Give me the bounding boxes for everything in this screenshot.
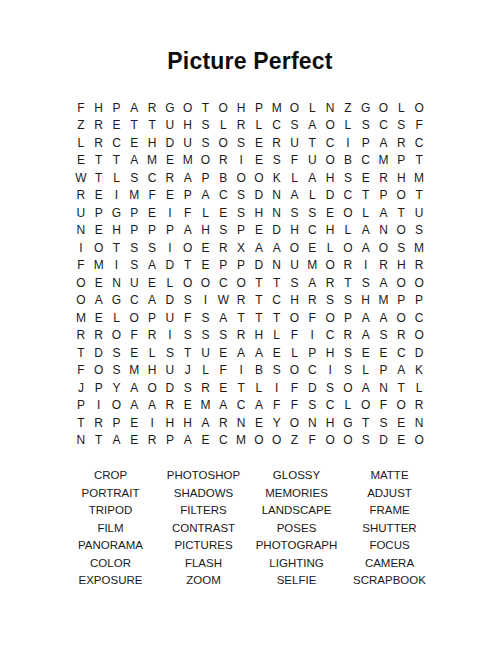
grid-cell: S xyxy=(357,117,375,135)
grid-cell: D xyxy=(250,187,268,205)
grid-cell: C xyxy=(321,134,339,152)
grid-cell: T xyxy=(143,117,161,135)
grid-cell: L xyxy=(214,117,232,135)
grid-cell: K xyxy=(268,169,286,187)
grid-cell: T xyxy=(339,274,357,292)
grid-cell: O xyxy=(143,379,161,397)
grid-cell: D xyxy=(250,257,268,275)
grid-cell: A xyxy=(125,397,143,415)
grid-cell: C xyxy=(321,327,339,345)
grid-cell: R xyxy=(303,292,321,310)
grid-cell: I xyxy=(108,187,126,205)
grid-cell: H xyxy=(357,292,375,310)
grid-cell: M xyxy=(375,292,393,310)
grid-cell: P xyxy=(303,344,321,362)
grid-cell: M xyxy=(179,152,197,170)
grid-cell: R xyxy=(232,327,250,345)
grid-cell: L xyxy=(357,362,375,380)
grid-cell: O xyxy=(250,432,268,450)
word-list-item: COLOR xyxy=(64,555,157,573)
grid-cell: O xyxy=(392,222,410,240)
grid-cell: C xyxy=(125,292,143,310)
grid-cell: E xyxy=(143,274,161,292)
word-search-grid: FHPARGOTOHPMOLNZGOLOZRETTUHSLRLCSAOLSCSF… xyxy=(72,99,428,449)
grid-cell: S xyxy=(286,274,304,292)
grid-cell: C xyxy=(214,274,232,292)
grid-cell: U xyxy=(161,362,179,380)
grid-cell: F xyxy=(410,117,428,135)
grid-cell: R xyxy=(410,397,428,415)
grid-cell: M xyxy=(72,309,90,327)
grid-cell: A xyxy=(250,397,268,415)
grid-cell: O xyxy=(321,152,339,170)
grid-cell: O xyxy=(125,309,143,327)
word-list-item: FLASH xyxy=(157,555,250,573)
grid-cell: F xyxy=(179,204,197,222)
word-list: CROPPHOTOSHOPGLOSSYMATTEPORTRAITSHADOWSM… xyxy=(64,467,436,590)
grid-cell: S xyxy=(161,344,179,362)
grid-cell: T xyxy=(268,309,286,327)
grid-cell: I xyxy=(161,327,179,345)
grid-cell: C xyxy=(375,117,393,135)
grid-cell: N xyxy=(303,414,321,432)
grid-cell: D xyxy=(161,379,179,397)
grid-cell: S xyxy=(410,222,428,240)
grid-cell: O xyxy=(410,327,428,345)
grid-cell: T xyxy=(90,432,108,450)
grid-cell: S xyxy=(232,134,250,152)
grid-cell: C xyxy=(339,187,357,205)
grid-cell: O xyxy=(214,134,232,152)
grid-cell: P xyxy=(143,309,161,327)
grid-cell: T xyxy=(250,309,268,327)
grid-cell: E xyxy=(108,117,126,135)
word-list-item: CROP xyxy=(64,467,157,485)
grid-cell: R xyxy=(410,257,428,275)
grid-cell: B xyxy=(214,169,232,187)
grid-cell: R xyxy=(214,414,232,432)
grid-cell: C xyxy=(268,292,286,310)
grid-cell: S xyxy=(268,362,286,380)
grid-cell: E xyxy=(90,222,108,240)
grid-cell: I xyxy=(232,152,250,170)
grid-cell: E xyxy=(143,204,161,222)
grid-cell: T xyxy=(357,187,375,205)
grid-cell: L xyxy=(161,274,179,292)
grid-cell: F xyxy=(303,309,321,327)
grid-cell: T xyxy=(268,274,286,292)
grid-cell: H xyxy=(286,292,304,310)
grid-cell: E xyxy=(125,134,143,152)
grid-cell: E xyxy=(214,379,232,397)
grid-cell: P xyxy=(339,309,357,327)
grid-cell: W xyxy=(214,292,232,310)
grid-cell: R xyxy=(143,99,161,117)
grid-cell: S xyxy=(214,327,232,345)
grid-cell: C xyxy=(303,362,321,380)
grid-cell: M xyxy=(90,257,108,275)
grid-cell: T xyxy=(90,152,108,170)
grid-cell: D xyxy=(268,222,286,240)
grid-cell: C xyxy=(214,432,232,450)
word-list-item: TRIPOD xyxy=(64,502,157,520)
grid-cell: T xyxy=(108,152,126,170)
grid-cell: S xyxy=(232,187,250,205)
grid-cell: L xyxy=(197,362,215,380)
grid-cell: E xyxy=(250,222,268,240)
grid-cell: E xyxy=(268,344,286,362)
grid-cell: Z xyxy=(339,99,357,117)
grid-cell: T xyxy=(250,274,268,292)
grid-cell: S xyxy=(108,362,126,380)
grid-cell: I xyxy=(357,257,375,275)
grid-cell: O xyxy=(286,309,304,327)
grid-cell: K xyxy=(410,362,428,380)
grid-cell: H xyxy=(321,169,339,187)
grid-cell: A xyxy=(214,397,232,415)
grid-cell: A xyxy=(197,187,215,205)
grid-cell: F xyxy=(125,327,143,345)
grid-cell: A xyxy=(250,344,268,362)
grid-cell: E xyxy=(90,274,108,292)
grid-cell: H xyxy=(286,222,304,240)
grid-cell: D xyxy=(161,257,179,275)
grid-cell: R xyxy=(375,169,393,187)
grid-cell: P xyxy=(90,204,108,222)
grid-cell: H xyxy=(232,99,250,117)
grid-cell: O xyxy=(268,432,286,450)
grid-cell: M xyxy=(125,187,143,205)
grid-cell: A xyxy=(197,414,215,432)
grid-cell: O xyxy=(286,99,304,117)
grid-cell: P xyxy=(232,257,250,275)
grid-cell: F xyxy=(303,432,321,450)
grid-cell: J xyxy=(72,379,90,397)
grid-cell: H xyxy=(392,169,410,187)
grid-cell: L xyxy=(339,222,357,240)
grid-cell: R xyxy=(143,432,161,450)
grid-cell: T xyxy=(197,99,215,117)
grid-cell: T xyxy=(410,187,428,205)
grid-cell: C xyxy=(214,187,232,205)
grid-cell: R xyxy=(214,152,232,170)
grid-cell: O xyxy=(286,414,304,432)
grid-cell: U xyxy=(197,344,215,362)
grid-cell: F xyxy=(375,397,393,415)
grid-cell: E xyxy=(250,152,268,170)
grid-cell: O xyxy=(321,257,339,275)
grid-cell: F xyxy=(286,397,304,415)
word-list-item: PHOTOSHOP xyxy=(157,467,250,485)
grid-cell: R xyxy=(90,134,108,152)
word-list-item: PORTRAIT xyxy=(64,485,157,503)
grid-cell: J xyxy=(179,362,197,380)
grid-cell: E xyxy=(214,204,232,222)
grid-cell: U xyxy=(161,309,179,327)
grid-cell: O xyxy=(286,239,304,257)
grid-cell: H xyxy=(90,99,108,117)
grid-cell: A xyxy=(357,379,375,397)
grid-cell: S xyxy=(357,432,375,450)
grid-cell: U xyxy=(72,204,90,222)
grid-cell: R xyxy=(375,257,393,275)
grid-cell: H xyxy=(321,344,339,362)
grid-cell: S xyxy=(197,117,215,135)
word-list-item: CONTRAST xyxy=(157,520,250,538)
grid-cell: O xyxy=(108,397,126,415)
grid-cell: C xyxy=(410,134,428,152)
grid-cell: O xyxy=(232,169,250,187)
grid-cell: R xyxy=(214,239,232,257)
grid-cell: L xyxy=(303,99,321,117)
grid-cell: A xyxy=(143,292,161,310)
grid-cell: E xyxy=(197,257,215,275)
grid-cell: E xyxy=(357,169,375,187)
grid-cell: C xyxy=(410,309,428,327)
grid-cell: L xyxy=(268,327,286,345)
grid-cell: O xyxy=(197,274,215,292)
grid-cell: I xyxy=(303,327,321,345)
grid-cell: W xyxy=(72,169,90,187)
grid-cell: R xyxy=(339,327,357,345)
grid-cell: N xyxy=(72,222,90,240)
grid-cell: S xyxy=(125,169,143,187)
grid-cell: E xyxy=(161,187,179,205)
grid-cell: P xyxy=(214,257,232,275)
grid-cell: H xyxy=(143,134,161,152)
grid-cell: T xyxy=(179,344,197,362)
grid-cell: E xyxy=(72,152,90,170)
grid-cell: O xyxy=(392,309,410,327)
grid-cell: O xyxy=(214,99,232,117)
grid-cell: E xyxy=(125,432,143,450)
grid-cell: I xyxy=(72,239,90,257)
grid-cell: E xyxy=(90,187,108,205)
grid-cell: I xyxy=(268,379,286,397)
grid-cell: P xyxy=(161,222,179,240)
grid-cell: I xyxy=(108,257,126,275)
grid-cell: O xyxy=(321,432,339,450)
grid-cell: T xyxy=(250,292,268,310)
grid-cell: B xyxy=(250,362,268,380)
grid-cell: P xyxy=(410,292,428,310)
grid-cell: A xyxy=(214,309,232,327)
grid-cell: O xyxy=(410,99,428,117)
word-list-item: FOCUS xyxy=(343,537,436,555)
grid-cell: N xyxy=(321,99,339,117)
grid-cell: A xyxy=(125,99,143,117)
grid-cell: M xyxy=(197,397,215,415)
grid-cell: T xyxy=(410,152,428,170)
grid-cell: S xyxy=(392,117,410,135)
grid-cell: O xyxy=(321,309,339,327)
grid-cell: O xyxy=(410,274,428,292)
grid-cell: S xyxy=(179,379,197,397)
grid-cell: S xyxy=(339,344,357,362)
grid-cell: P xyxy=(143,222,161,240)
word-list-item: FILTERS xyxy=(157,502,250,520)
grid-cell: O xyxy=(286,362,304,380)
grid-cell: A xyxy=(143,397,161,415)
grid-cell: S xyxy=(108,344,126,362)
grid-cell: F xyxy=(286,327,304,345)
grid-cell: T xyxy=(232,309,250,327)
grid-cell: P xyxy=(108,414,126,432)
grid-cell: F xyxy=(286,152,304,170)
grid-cell: Z xyxy=(286,432,304,450)
grid-cell: P xyxy=(250,99,268,117)
grid-cell: E xyxy=(357,344,375,362)
grid-cell: E xyxy=(375,344,393,362)
grid-cell: R xyxy=(392,327,410,345)
grid-cell: E xyxy=(250,134,268,152)
grid-cell: A xyxy=(303,274,321,292)
grid-cell: C xyxy=(108,134,126,152)
grid-cell: A xyxy=(250,239,268,257)
grid-cell: F xyxy=(143,187,161,205)
grid-cell: O xyxy=(321,117,339,135)
grid-cell: R xyxy=(268,134,286,152)
grid-cell: A xyxy=(90,292,108,310)
grid-cell: L xyxy=(72,134,90,152)
grid-cell: S xyxy=(303,204,321,222)
grid-cell: A xyxy=(375,274,393,292)
grid-cell: H xyxy=(161,414,179,432)
grid-cell: U xyxy=(125,274,143,292)
word-list-item: SELFIE xyxy=(250,572,343,590)
grid-cell: O xyxy=(357,397,375,415)
grid-cell: F xyxy=(286,379,304,397)
grid-cell: N xyxy=(375,222,393,240)
grid-cell: S xyxy=(339,292,357,310)
grid-cell: N xyxy=(268,204,286,222)
grid-cell: S xyxy=(197,327,215,345)
grid-cell: A xyxy=(375,309,393,327)
grid-cell: I xyxy=(197,292,215,310)
grid-cell: L xyxy=(303,187,321,205)
grid-cell: O xyxy=(392,397,410,415)
grid-cell: C xyxy=(232,397,250,415)
grid-cell: T xyxy=(72,344,90,362)
grid-cell: M xyxy=(268,99,286,117)
grid-cell: A xyxy=(179,432,197,450)
grid-cell: B xyxy=(339,152,357,170)
grid-cell: D xyxy=(321,187,339,205)
grid-cell: C xyxy=(268,117,286,135)
grid-cell: P xyxy=(375,362,393,380)
word-list-item: SHADOWS xyxy=(157,485,250,503)
grid-cell: O xyxy=(410,432,428,450)
grid-cell: L xyxy=(339,117,357,135)
grid-cell: O xyxy=(392,274,410,292)
grid-cell: D xyxy=(303,379,321,397)
grid-cell: E xyxy=(197,239,215,257)
grid-cell: O xyxy=(72,274,90,292)
grid-cell: I xyxy=(161,204,179,222)
grid-cell: A xyxy=(179,169,197,187)
word-list-item: PICTURES xyxy=(157,537,250,555)
grid-cell: A xyxy=(357,222,375,240)
grid-cell: Y xyxy=(268,414,286,432)
grid-cell: S xyxy=(197,134,215,152)
grid-cell: R xyxy=(161,169,179,187)
grid-cell: F xyxy=(72,362,90,380)
word-list-item: PHOTOGRAPH xyxy=(250,537,343,555)
word-list-item: ADJUST xyxy=(343,485,436,503)
grid-cell: P xyxy=(161,432,179,450)
grid-cell: S xyxy=(375,414,393,432)
grid-cell: L xyxy=(392,99,410,117)
grid-cell: E xyxy=(214,344,232,362)
grid-cell: R xyxy=(90,117,108,135)
grid-cell: A xyxy=(303,169,321,187)
grid-cell: I xyxy=(232,362,250,380)
grid-cell: R xyxy=(232,292,250,310)
grid-cell: P xyxy=(392,152,410,170)
grid-cell: S xyxy=(232,204,250,222)
grid-cell: L xyxy=(143,344,161,362)
grid-cell: H xyxy=(250,204,268,222)
grid-cell: S xyxy=(125,239,143,257)
grid-cell: P xyxy=(357,134,375,152)
grid-cell: U xyxy=(161,117,179,135)
grid-cell: A xyxy=(375,204,393,222)
grid-cell: S xyxy=(375,327,393,345)
word-list-item: PANORAMA xyxy=(64,537,157,555)
grid-cell: T xyxy=(90,169,108,187)
grid-cell: M xyxy=(303,257,321,275)
word-list-item: GLOSSY xyxy=(250,467,343,485)
grid-cell: L xyxy=(250,379,268,397)
grid-cell: S xyxy=(392,239,410,257)
grid-cell: I xyxy=(143,414,161,432)
grid-cell: G xyxy=(339,414,357,432)
grid-cell: S xyxy=(268,152,286,170)
grid-cell: T xyxy=(125,117,143,135)
word-list-item: FRAME xyxy=(343,502,436,520)
grid-cell: T xyxy=(357,414,375,432)
word-list-item: SCRAPBOOK xyxy=(343,572,436,590)
grid-cell: L xyxy=(357,204,375,222)
grid-cell: H xyxy=(321,414,339,432)
grid-cell: H xyxy=(108,222,126,240)
grid-cell: I xyxy=(321,362,339,380)
grid-cell: R xyxy=(72,187,90,205)
grid-cell: R xyxy=(232,117,250,135)
grid-cell: S xyxy=(179,327,197,345)
grid-cell: O xyxy=(232,274,250,292)
grid-cell: N xyxy=(375,379,393,397)
grid-cell: P xyxy=(375,187,393,205)
grid-cell: A xyxy=(125,379,143,397)
grid-cell: P xyxy=(125,222,143,240)
grid-cell: A xyxy=(392,362,410,380)
grid-cell: P xyxy=(108,99,126,117)
grid-cell: O xyxy=(179,239,197,257)
grid-cell: S xyxy=(197,309,215,327)
grid-cell: E xyxy=(125,414,143,432)
grid-cell: M xyxy=(143,152,161,170)
grid-cell: C xyxy=(392,344,410,362)
grid-cell: L xyxy=(250,117,268,135)
grid-cell: O xyxy=(72,292,90,310)
grid-cell: R xyxy=(72,327,90,345)
grid-cell: L xyxy=(410,379,428,397)
grid-cell: R xyxy=(321,274,339,292)
word-list-item: POSES xyxy=(250,520,343,538)
word-list-item: FILM xyxy=(64,520,157,538)
grid-cell: O xyxy=(339,204,357,222)
